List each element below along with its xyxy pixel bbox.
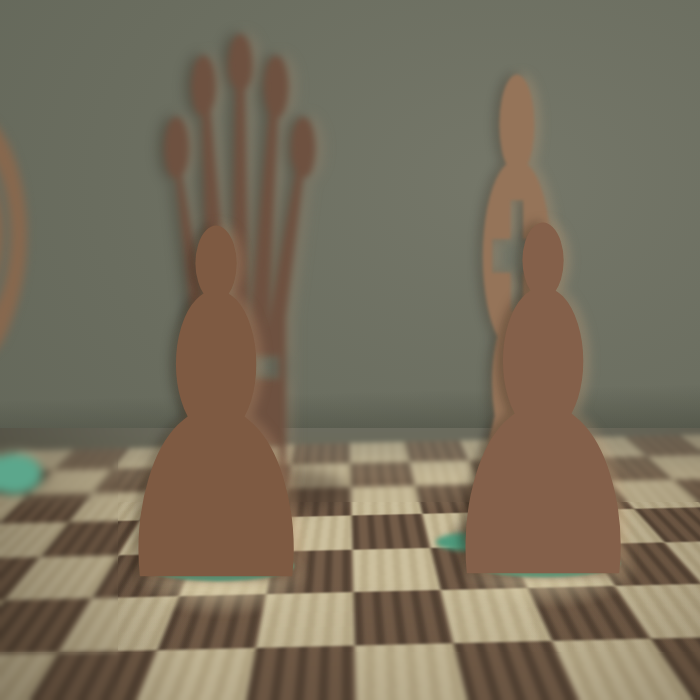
chess-photo-scene: ♚ ♛ ♝ ♟ ♟ bbox=[0, 0, 700, 700]
board-square[interactable] bbox=[351, 486, 422, 516]
board-square[interactable] bbox=[350, 442, 410, 464]
pawn-left-glyph: ♟ bbox=[100, 170, 332, 650]
pawn-right-glyph: ♟ bbox=[427, 167, 659, 647]
king-glyph: ♚ bbox=[0, 0, 58, 576]
board-square[interactable] bbox=[350, 462, 415, 487]
